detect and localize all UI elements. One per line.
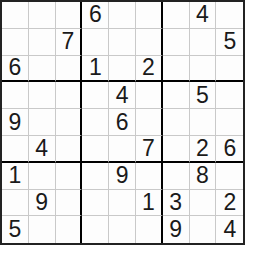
cell-r7c9[interactable] — [216, 163, 243, 190]
given-digit: 6 — [89, 3, 102, 26]
cell-r9c6[interactable] — [136, 216, 163, 243]
cell-r6c2[interactable]: 4 — [29, 136, 56, 163]
cell-r8c3[interactable] — [56, 190, 83, 217]
cell-r5c2[interactable] — [29, 109, 56, 136]
given-digit: 4 — [223, 218, 236, 241]
cell-r4c5[interactable]: 4 — [109, 82, 136, 109]
given-digit: 7 — [142, 137, 155, 160]
cell-r1c6[interactable] — [136, 2, 163, 29]
cell-r9c8[interactable] — [190, 216, 217, 243]
cell-r6c5[interactable] — [109, 136, 136, 163]
cell-r2c3[interactable]: 7 — [56, 29, 83, 56]
given-digit: 4 — [196, 3, 209, 26]
cell-r8c8[interactable] — [190, 190, 217, 217]
given-digit: 5 — [223, 30, 236, 53]
given-digit: 4 — [35, 137, 48, 160]
given-digit: 9 — [116, 164, 129, 187]
given-digit: 1 — [142, 191, 155, 214]
given-digit: 2 — [196, 137, 209, 160]
given-digit: 7 — [62, 30, 75, 53]
cell-r9c9[interactable]: 4 — [216, 216, 243, 243]
given-digit: 3 — [169, 191, 182, 214]
cell-r8c7[interactable]: 3 — [163, 190, 190, 217]
given-digit: 9 — [35, 191, 48, 214]
cell-r8c9[interactable]: 2 — [216, 190, 243, 217]
given-digit: 8 — [196, 164, 209, 187]
cell-r6c9[interactable]: 6 — [216, 136, 243, 163]
cell-r4c9[interactable] — [216, 82, 243, 109]
cell-r2c6[interactable] — [136, 29, 163, 56]
given-digit: 5 — [196, 84, 209, 107]
cell-r5c9[interactable] — [216, 109, 243, 136]
cell-r8c5[interactable] — [109, 190, 136, 217]
cell-r8c1[interactable] — [2, 190, 29, 217]
cell-r2c4[interactable] — [82, 29, 109, 56]
cell-r9c5[interactable] — [109, 216, 136, 243]
cell-r3c9[interactable] — [216, 56, 243, 83]
cell-r6c6[interactable]: 7 — [136, 136, 163, 163]
cell-r9c3[interactable] — [56, 216, 83, 243]
cell-r6c8[interactable]: 2 — [190, 136, 217, 163]
cell-r4c4[interactable] — [82, 82, 109, 109]
cell-r7c6[interactable] — [136, 163, 163, 190]
cell-r2c9[interactable]: 5 — [216, 29, 243, 56]
cell-r8c6[interactable]: 1 — [136, 190, 163, 217]
cell-r7c2[interactable] — [29, 163, 56, 190]
given-digit: 1 — [89, 56, 102, 79]
cell-r1c2[interactable] — [29, 2, 56, 29]
cell-r2c5[interactable] — [109, 29, 136, 56]
cell-r7c7[interactable] — [163, 163, 190, 190]
cell-r3c7[interactable] — [163, 56, 190, 83]
cell-r4c2[interactable] — [29, 82, 56, 109]
cell-r5c3[interactable] — [56, 109, 83, 136]
cell-r4c7[interactable] — [163, 82, 190, 109]
cell-r7c1[interactable]: 1 — [2, 163, 29, 190]
cell-r2c7[interactable] — [163, 29, 190, 56]
given-digit: 2 — [142, 56, 155, 79]
cell-r2c1[interactable] — [2, 29, 29, 56]
sudoku-board: 6475612459647261989132594 — [0, 0, 245, 245]
cell-r1c1[interactable] — [2, 2, 29, 29]
cell-r5c1[interactable]: 9 — [2, 109, 29, 136]
cell-r4c1[interactable] — [2, 82, 29, 109]
given-digit: 6 — [116, 111, 129, 134]
cell-r7c8[interactable]: 8 — [190, 163, 217, 190]
cell-r3c2[interactable] — [29, 56, 56, 83]
cell-r3c4[interactable]: 1 — [82, 56, 109, 83]
cell-r6c1[interactable] — [2, 136, 29, 163]
cell-r1c8[interactable]: 4 — [190, 2, 217, 29]
cell-r6c3[interactable] — [56, 136, 83, 163]
given-digit: 4 — [116, 84, 129, 107]
given-digit: 9 — [9, 111, 22, 134]
cell-r2c2[interactable] — [29, 29, 56, 56]
cell-r1c4[interactable]: 6 — [82, 2, 109, 29]
cell-r6c4[interactable] — [82, 136, 109, 163]
cell-r4c8[interactable]: 5 — [190, 82, 217, 109]
cell-r6c7[interactable] — [163, 136, 190, 163]
given-digit: 5 — [9, 218, 22, 241]
cell-r2c8[interactable] — [190, 29, 217, 56]
cell-r3c1[interactable]: 6 — [2, 56, 29, 83]
cell-r7c4[interactable] — [82, 163, 109, 190]
given-digit: 2 — [223, 191, 236, 214]
cell-r5c4[interactable] — [82, 109, 109, 136]
given-digit: 9 — [169, 218, 182, 241]
given-digit: 6 — [9, 56, 22, 79]
cell-r7c3[interactable] — [56, 163, 83, 190]
cell-r3c3[interactable] — [56, 56, 83, 83]
cell-r5c8[interactable] — [190, 109, 217, 136]
cell-r3c8[interactable] — [190, 56, 217, 83]
cell-r9c4[interactable] — [82, 216, 109, 243]
cell-r3c5[interactable] — [109, 56, 136, 83]
cell-r4c6[interactable] — [136, 82, 163, 109]
cell-r1c5[interactable] — [109, 2, 136, 29]
cell-r9c2[interactable] — [29, 216, 56, 243]
given-digit: 6 — [223, 137, 236, 160]
cell-r7c5[interactable]: 9 — [109, 163, 136, 190]
cell-r1c9[interactable] — [216, 2, 243, 29]
cell-r1c3[interactable] — [56, 2, 83, 29]
cell-r9c7[interactable]: 9 — [163, 216, 190, 243]
cell-r5c6[interactable] — [136, 109, 163, 136]
cell-r9c1[interactable]: 5 — [2, 216, 29, 243]
cell-r4c3[interactable] — [56, 82, 83, 109]
cell-r1c7[interactable] — [163, 2, 190, 29]
cell-r3c6[interactable]: 2 — [136, 56, 163, 83]
cell-r8c2[interactable]: 9 — [29, 190, 56, 217]
cell-r5c5[interactable]: 6 — [109, 109, 136, 136]
given-digit: 1 — [9, 164, 22, 187]
cell-r8c4[interactable] — [82, 190, 109, 217]
cell-r5c7[interactable] — [163, 109, 190, 136]
